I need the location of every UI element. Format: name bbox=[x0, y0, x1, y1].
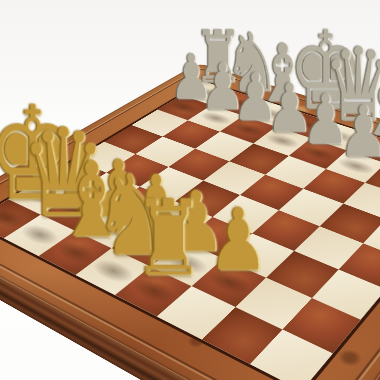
chessboard-frame: ♜♞♝♚♛♝♞♜♟♟♟♟♟♟♟♟♟♟♟♟♟♟♚♛♝♞♜ bbox=[0, 63, 380, 380]
steel-rook: ♜ bbox=[193, 22, 222, 93]
piece-shadow bbox=[353, 138, 380, 159]
brass-king: ♚ bbox=[0, 89, 25, 218]
scene-3d: ♜♞♝♚♛♝♞♜♟♟♟♟♟♟♟♟♟♟♟♟♟♟♚♛♝♞♜ bbox=[0, 0, 380, 380]
steel-king: ♚ bbox=[288, 17, 319, 125]
piece-shadow bbox=[121, 230, 175, 260]
steel-queen: ♛ bbox=[323, 34, 355, 136]
brass-pawn: ♟ bbox=[24, 122, 60, 196]
board-squares: ♜♞♝♚♛♝♞♜♟♟♟♟♟♟♟♟♟♟♟♟♟♟♚♛♝♞♜ bbox=[0, 80, 380, 380]
piece-shadow bbox=[17, 184, 66, 209]
photo-stage: ♜♞♝♚♛♝♞♜♟♟♟♟♟♟♟♟♟♟♟♟♟♟♚♛♝♞♜ bbox=[0, 0, 380, 380]
